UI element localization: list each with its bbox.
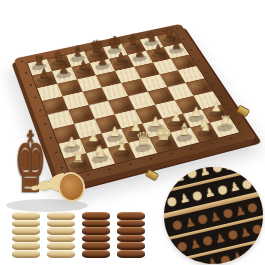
piece-shadow xyxy=(112,147,132,159)
piece-shadow xyxy=(50,59,67,68)
stored-disc-light xyxy=(192,191,203,202)
stored-pawn-light: ♟ xyxy=(173,170,186,184)
checker-disc-light xyxy=(12,212,40,220)
piece-shadow xyxy=(167,118,186,129)
stored-pawn-light: ♟ xyxy=(203,186,216,200)
checker-disc-light xyxy=(47,212,75,220)
piece-shadow xyxy=(75,66,93,75)
stored-disc-dark xyxy=(253,225,263,236)
piece-shadow xyxy=(133,142,153,153)
piece-shadow xyxy=(215,122,235,133)
piece-shadow xyxy=(88,51,105,60)
checker-disc-dark xyxy=(82,227,110,235)
stored-disc-dark xyxy=(177,242,188,253)
stored-disc-dark xyxy=(245,249,256,260)
checker-disc-dark xyxy=(117,235,145,243)
checker-disc-light xyxy=(47,242,75,250)
piece-shadow xyxy=(94,62,111,71)
product-photo-stage: ♜♞♝♛♚♝♞♜♟♟♟♟♟♟♟♟♟♟♟♟♟♟♟♟♜♞♝♛♚♝♞♜ ♚ ♟ ♟♟♟… xyxy=(0,0,265,265)
piece-shadow xyxy=(36,75,54,84)
stored-pawn-light: ♟ xyxy=(228,180,241,194)
piece-shadow xyxy=(161,35,178,43)
stored-disc-dark xyxy=(197,214,208,225)
piece-shadow xyxy=(206,108,225,118)
stored-pawn-dark: ♟ xyxy=(239,226,252,240)
stored-disc-light xyxy=(187,169,198,180)
piece-shadow xyxy=(186,113,205,123)
piece-shadow xyxy=(143,39,160,47)
stored-pawn-light: ♟ xyxy=(178,192,191,206)
checker-disc-dark xyxy=(82,235,110,243)
stored-disc-dark xyxy=(228,230,239,241)
stored-disc-dark xyxy=(195,261,206,264)
piece-shadow xyxy=(174,132,194,143)
checker-disc-dark xyxy=(82,220,110,228)
checker-disc-dark xyxy=(117,242,145,250)
checkers-stack-light xyxy=(47,212,75,258)
checker-disc-light xyxy=(47,227,75,235)
stored-pawn-dark: ♟ xyxy=(234,204,247,218)
piece-shadow xyxy=(125,43,142,51)
piece-shadow xyxy=(154,137,174,148)
piece-shadow xyxy=(69,55,86,64)
checker-disc-light xyxy=(12,235,40,243)
checker-disc-dark xyxy=(82,212,110,220)
stored-disc-light xyxy=(212,167,223,174)
checker-disc-light xyxy=(12,220,40,228)
stored-disc-light xyxy=(164,175,173,186)
checker-disc-light xyxy=(47,250,75,258)
checker-disc-dark xyxy=(82,250,110,258)
checker-disc-light xyxy=(12,242,40,250)
checker-disc-dark xyxy=(117,220,145,228)
stored-disc-dark xyxy=(220,255,231,264)
stored-pawn-dark: ♟ xyxy=(189,238,202,252)
checkers-stacks xyxy=(12,212,152,260)
stored-disc-dark xyxy=(223,209,234,220)
checker-disc-dark xyxy=(117,250,145,258)
checker-disc-dark xyxy=(117,212,145,220)
stored-pawn-dark: ♟ xyxy=(206,256,219,264)
checker-disc-light xyxy=(12,250,40,258)
piece-shadow xyxy=(126,128,145,139)
stored-disc-dark xyxy=(202,236,213,247)
piece-shadow xyxy=(105,133,124,144)
piece-shadow xyxy=(146,123,165,134)
piece-shadow xyxy=(150,50,167,59)
piece-shadow xyxy=(195,127,215,138)
piece-shadow xyxy=(168,46,185,55)
piece-shadow xyxy=(107,47,124,56)
stored-pawn-light: ♟ xyxy=(223,167,236,173)
stored-pawn-dark: ♟ xyxy=(231,251,244,264)
checker-disc-light xyxy=(12,227,40,235)
storage-case-inset: ♟♟♟♟♟♟♟♟♟♟♟♟♟♟ xyxy=(164,167,263,264)
checkers-stack-light xyxy=(12,212,40,258)
stored-disc-light xyxy=(217,185,228,196)
stored-disc-light xyxy=(237,167,248,168)
checker-disc-dark xyxy=(82,242,110,250)
stored-pawn-dark: ♟ xyxy=(184,216,197,230)
piece-shadow xyxy=(31,63,48,72)
stored-pawn-dark: ♟ xyxy=(209,210,222,224)
checkers-stack-dark xyxy=(117,212,145,258)
piece-shadow xyxy=(62,143,82,154)
checker-disc-dark xyxy=(117,227,145,235)
square-h4 xyxy=(186,78,213,95)
piece-shadow xyxy=(90,153,110,165)
stored-disc-light xyxy=(242,179,253,190)
piece-shadow xyxy=(84,138,104,149)
checkers-stack-dark xyxy=(82,212,110,258)
square-g3 xyxy=(174,96,201,114)
stored-disc-dark xyxy=(172,220,183,231)
stored-disc-light xyxy=(167,196,178,207)
storage-tray: ♟♟♟♟♟♟♟♟♟♟♟♟♟♟ xyxy=(164,167,263,264)
checker-disc-light xyxy=(47,220,75,228)
stored-pawn-dark: ♟ xyxy=(214,232,227,246)
stored-pawn-light: ♟ xyxy=(198,167,211,178)
piece-shadow xyxy=(55,71,73,80)
piece-shadow xyxy=(131,54,148,63)
checker-disc-light xyxy=(47,235,75,243)
stored-disc-dark xyxy=(248,203,259,214)
piece-shadow xyxy=(113,58,130,67)
